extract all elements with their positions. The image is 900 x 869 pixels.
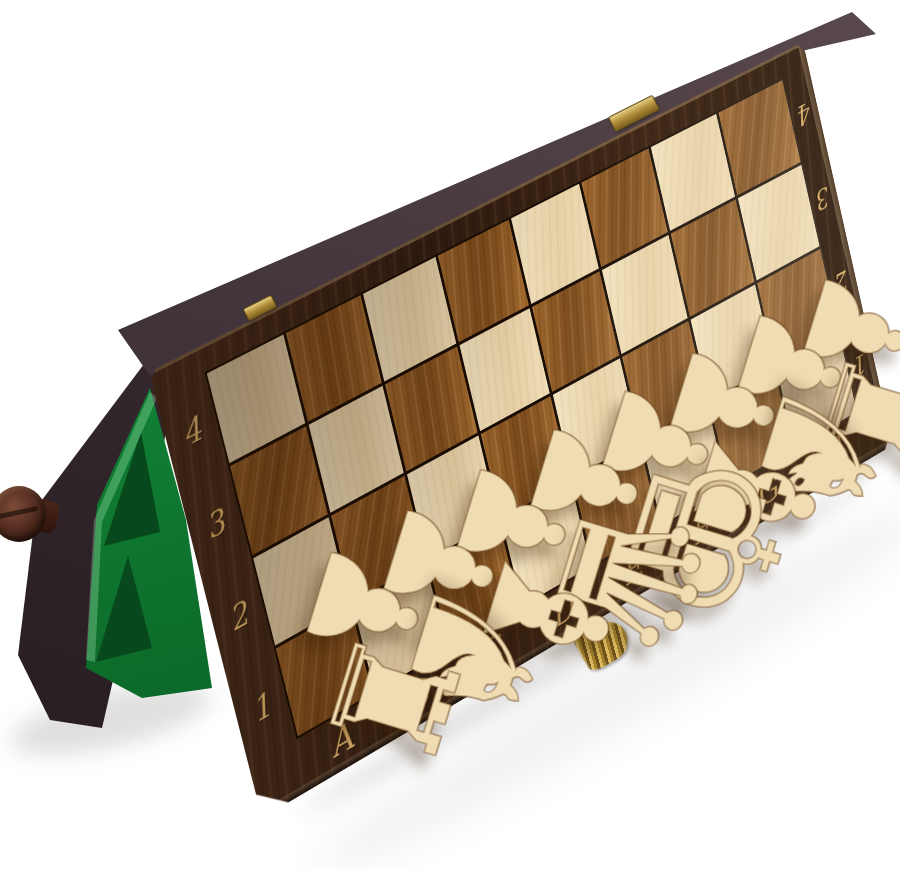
pieces-layer: ♟♟♟♜♟♞♟♝♟♚♟♛♟♝♞♜ — [0, 0, 900, 869]
chess-set-product-photo: 4321 4321 ABCDEFGH ♟♟♟♜♟♞♟♝♟♚♟♛♟♝♞♜ — [0, 0, 900, 869]
